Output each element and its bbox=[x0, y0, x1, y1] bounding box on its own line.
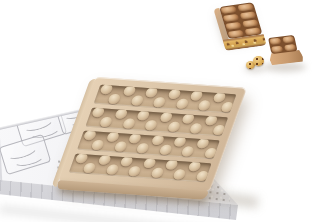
mold-dome bbox=[105, 164, 120, 175]
chunk-segment bbox=[271, 45, 284, 53]
mold-dome bbox=[74, 154, 89, 164]
chunk-segment bbox=[282, 36, 295, 44]
bar-segment bbox=[242, 19, 259, 28]
mold-dome bbox=[166, 121, 181, 132]
mold-dome bbox=[172, 169, 187, 180]
mold-dome bbox=[144, 87, 159, 98]
mold-dome bbox=[167, 89, 182, 100]
mold-dome bbox=[127, 166, 142, 177]
chunk-segment bbox=[269, 38, 282, 46]
mold-dome bbox=[158, 112, 173, 123]
mold-dome bbox=[99, 85, 114, 95]
mold-dome bbox=[91, 108, 106, 118]
caramelized-nut bbox=[246, 56, 264, 70]
mold-dome bbox=[197, 100, 212, 111]
mold-dome bbox=[203, 115, 218, 126]
mold-dome bbox=[113, 141, 128, 152]
chocolate-chunk bbox=[268, 35, 298, 54]
mold-dome bbox=[150, 135, 165, 146]
mold-dome bbox=[99, 117, 114, 128]
mold-dome bbox=[175, 98, 190, 109]
tray-cavity-outline bbox=[0, 134, 51, 175]
mold-dome bbox=[150, 167, 165, 178]
bar-segment bbox=[225, 21, 242, 30]
mold-dome bbox=[113, 108, 128, 119]
mold-dome bbox=[195, 138, 210, 149]
mold-dome bbox=[189, 123, 204, 134]
mold-dome bbox=[135, 143, 150, 154]
mold-dome bbox=[90, 140, 105, 151]
mold-dome bbox=[211, 125, 226, 136]
mold-dome bbox=[173, 136, 188, 147]
chunk-segment bbox=[284, 44, 297, 52]
mold-dome bbox=[83, 131, 98, 141]
mold-dome bbox=[97, 154, 112, 165]
mold-dome bbox=[136, 110, 151, 121]
mold-dome bbox=[220, 102, 235, 113]
bar-segment bbox=[223, 14, 240, 23]
product-photo bbox=[0, 0, 327, 222]
bar-segment bbox=[237, 3, 254, 12]
mold-dome bbox=[82, 163, 97, 174]
mold-dome bbox=[195, 171, 210, 182]
mold-dome bbox=[142, 158, 157, 169]
mold-dome bbox=[181, 113, 196, 124]
bar-segment bbox=[220, 6, 237, 15]
mold-dome bbox=[158, 144, 173, 155]
silicone-mold bbox=[58, 77, 247, 192]
mold-dome bbox=[128, 133, 143, 144]
mold-dome bbox=[144, 120, 159, 131]
mold-dome bbox=[119, 156, 134, 167]
chunk-top bbox=[268, 35, 298, 54]
bar-segment bbox=[239, 11, 256, 20]
mold-dome bbox=[212, 92, 227, 103]
mold-dome bbox=[180, 146, 195, 157]
mold-dome bbox=[164, 159, 179, 170]
mold-dome bbox=[121, 118, 136, 129]
mold-dome bbox=[122, 85, 137, 96]
mold-dome bbox=[130, 95, 145, 106]
mold-dome bbox=[187, 161, 202, 172]
mold-cavity bbox=[69, 154, 212, 183]
mold-dome bbox=[189, 90, 204, 101]
nut-lobe bbox=[253, 56, 264, 66]
chocolate-bar bbox=[219, 2, 263, 39]
mold-dome bbox=[107, 94, 122, 105]
mold-dome bbox=[203, 148, 218, 159]
mold-dome bbox=[152, 97, 167, 108]
mold-dome bbox=[105, 131, 120, 142]
